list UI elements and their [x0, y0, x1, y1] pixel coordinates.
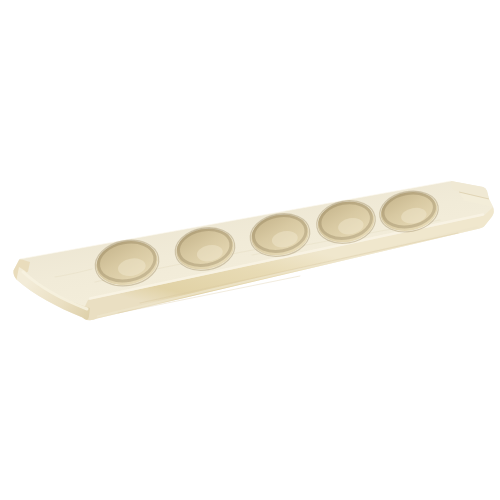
product-photo: Light unfinished wooden stand with a sin…: [0, 0, 500, 500]
wooden-board-illustration: [0, 0, 500, 500]
photo-stage: Light unfinished wooden stand with a sin…: [0, 0, 500, 500]
